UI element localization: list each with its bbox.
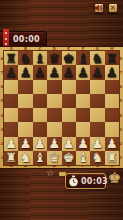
square-b1[interactable]: ♞: [18, 151, 32, 165]
square-e5[interactable]: [62, 94, 76, 108]
chess-board: ABCDEFGH ABCDEFGH 87654321 87654321 ♜♞♝♛…: [0, 46, 123, 169]
square-g4[interactable]: [90, 108, 104, 122]
chess-app-screen: ✕ 00:00 ABCDEFGH ABCDEFGH 87654321 87654…: [0, 0, 123, 220]
black-pawn: ♟: [34, 66, 46, 79]
square-c1[interactable]: ♝: [33, 151, 47, 165]
square-f4[interactable]: [76, 108, 90, 122]
square-b5[interactable]: [18, 94, 32, 108]
white-knight: ♞: [20, 151, 32, 164]
square-a4[interactable]: [4, 108, 18, 122]
white-knight: ♞: [92, 151, 104, 164]
speaker-icon: [95, 4, 103, 12]
square-e1[interactable]: ♚: [62, 151, 76, 165]
square-b2[interactable]: ♟: [18, 137, 32, 151]
square-d2[interactable]: ♟: [47, 137, 61, 151]
coord-label: 5: [119, 94, 123, 108]
white-pawn: ♟: [48, 137, 60, 150]
square-h4[interactable]: [105, 108, 119, 122]
square-g3[interactable]: [90, 122, 104, 136]
square-f8[interactable]: ♝: [76, 51, 90, 65]
coord-label: 4: [119, 108, 123, 122]
square-h5[interactable]: [105, 94, 119, 108]
square-a5[interactable]: [4, 94, 18, 108]
board-grid: ♜♞♝♛♚♝♞♜♟♟♟♟♟♟♟♟♟♟♟♟♟♟♟♟♜♞♝♛♚♝♞♜: [4, 51, 119, 165]
black-knight: ♞: [20, 52, 32, 65]
square-c6[interactable]: [33, 80, 47, 94]
square-c5[interactable]: [33, 94, 47, 108]
square-b8[interactable]: ♞: [18, 51, 32, 65]
black-bishop: ♝: [77, 52, 89, 65]
square-h1[interactable]: ♜: [105, 151, 119, 165]
black-pawn: ♟: [106, 66, 118, 79]
white-rook: ♜: [5, 151, 17, 164]
white-pawn: ♟: [34, 137, 46, 150]
square-b4[interactable]: [18, 108, 32, 122]
square-b3[interactable]: [18, 122, 32, 136]
star-button[interactable]: ☆: [46, 169, 54, 178]
coord-label: 6: [119, 80, 123, 94]
coord-label: 8: [119, 51, 123, 65]
black-pawn: ♟: [48, 66, 60, 79]
square-d8[interactable]: ♛: [47, 51, 61, 65]
square-e6[interactable]: [62, 80, 76, 94]
black-pawn: ♟: [77, 66, 89, 79]
white-clock-bar: 00:03: [65, 173, 106, 189]
black-pawn: ♟: [20, 66, 32, 79]
square-c4[interactable]: [33, 108, 47, 122]
square-g2[interactable]: ♟: [90, 137, 104, 151]
square-b7[interactable]: ♟: [18, 65, 32, 79]
square-a3[interactable]: [4, 122, 18, 136]
black-bishop: ♝: [34, 52, 46, 65]
square-f1[interactable]: ♝: [76, 151, 90, 165]
black-clock-time: 00:00: [13, 35, 40, 44]
square-f3[interactable]: [76, 122, 90, 136]
chess-clock-icon: [68, 175, 79, 187]
square-d3[interactable]: [47, 122, 61, 136]
black-king: ♚: [63, 52, 75, 65]
square-g8[interactable]: ♞: [90, 51, 104, 65]
square-g5[interactable]: [90, 94, 104, 108]
square-f5[interactable]: [76, 94, 90, 108]
black-pawn: ♟: [5, 66, 17, 79]
square-a6[interactable]: [4, 80, 18, 94]
black-rook: ♜: [5, 52, 17, 65]
square-e3[interactable]: [62, 122, 76, 136]
coord-label: 2: [119, 137, 123, 151]
rank-labels-right: 87654321: [119, 51, 123, 165]
square-c3[interactable]: [33, 122, 47, 136]
white-pawn: ♟: [20, 137, 32, 150]
square-e7[interactable]: ♟: [62, 65, 76, 79]
sound-button[interactable]: [94, 3, 104, 13]
coord-label: 3: [119, 122, 123, 136]
white-clock-time: 00:03: [81, 177, 108, 186]
square-g6[interactable]: [90, 80, 104, 94]
square-d1[interactable]: ♛: [47, 151, 61, 165]
square-a8[interactable]: ♜: [4, 51, 18, 65]
square-a7[interactable]: ♟: [4, 65, 18, 79]
square-g7[interactable]: ♟: [90, 65, 104, 79]
black-knight: ♞: [92, 52, 104, 65]
black-rook: ♜: [106, 52, 118, 65]
black-pawn: ♟: [63, 66, 75, 79]
square-f6[interactable]: [76, 80, 90, 94]
white-pawn: ♟: [63, 137, 75, 150]
black-pawn: ♟: [92, 66, 104, 79]
square-a2[interactable]: ♟: [4, 137, 18, 151]
white-bishop: ♝: [34, 151, 46, 164]
coord-label: 7: [119, 65, 123, 79]
square-h3[interactable]: [105, 122, 119, 136]
white-pawn: ♟: [106, 137, 118, 150]
square-h2[interactable]: ♟: [105, 137, 119, 151]
square-c2[interactable]: ♟: [33, 137, 47, 151]
black-queen: ♛: [48, 52, 60, 65]
square-e4[interactable]: [62, 108, 76, 122]
square-d6[interactable]: [47, 80, 61, 94]
square-h6[interactable]: [105, 80, 119, 94]
white-queen: ♛: [48, 151, 60, 164]
white-pawn: ♟: [92, 137, 104, 150]
square-g1[interactable]: ♞: [90, 151, 104, 165]
square-e2[interactable]: ♟: [62, 137, 76, 151]
white-pawn: ♟: [77, 137, 89, 150]
square-c8[interactable]: ♝: [33, 51, 47, 65]
square-h8[interactable]: ♜: [105, 51, 119, 65]
white-king: ♚: [63, 151, 75, 164]
white-pawn: ♟: [5, 137, 17, 150]
white-bishop: ♝: [77, 151, 89, 164]
square-c7[interactable]: ♟: [33, 65, 47, 79]
close-button[interactable]: ✕: [108, 3, 118, 13]
square-d5[interactable]: [47, 94, 61, 108]
coord-label: 1: [119, 151, 123, 165]
square-d4[interactable]: [47, 108, 61, 122]
square-e8[interactable]: ♚: [62, 51, 76, 65]
square-f7[interactable]: ♟: [76, 65, 90, 79]
square-h7[interactable]: ♟: [105, 65, 119, 79]
king-piece-button[interactable]: ♚: [108, 171, 121, 186]
square-b6[interactable]: [18, 80, 32, 94]
white-rook: ♜: [106, 151, 118, 164]
square-d7[interactable]: ♟: [47, 65, 61, 79]
square-f2[interactable]: ♟: [76, 137, 90, 151]
square-a1[interactable]: ♜: [4, 151, 18, 165]
